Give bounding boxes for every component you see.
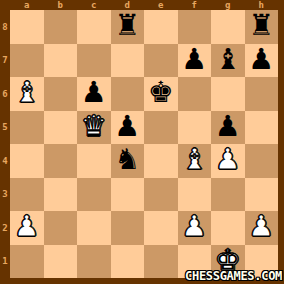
rank-label-8: 8 — [0, 10, 10, 44]
square-a5 — [10, 111, 44, 145]
square-e7 — [144, 44, 178, 78]
square-b4 — [44, 144, 78, 178]
file-label-e: e — [144, 0, 178, 10]
rank-label-1: 1 — [0, 245, 10, 279]
file-label-c: c — [77, 0, 111, 10]
square-h2: ♟ — [245, 211, 279, 245]
black-king-icon: ♚ — [148, 78, 174, 107]
square-g8 — [211, 10, 245, 44]
square-h8: ♜ — [245, 10, 279, 44]
square-h4 — [245, 144, 279, 178]
square-d2 — [111, 211, 145, 245]
square-e3 — [144, 178, 178, 212]
black-pawn-icon: ♟ — [114, 112, 140, 141]
square-e4 — [144, 144, 178, 178]
white-bishop-icon: ♝ — [14, 78, 40, 107]
square-f8 — [178, 10, 212, 44]
rank-label-5: 5 — [0, 111, 10, 145]
square-b2 — [44, 211, 78, 245]
square-b8 — [44, 10, 78, 44]
square-a8 — [10, 10, 44, 44]
black-rook-icon: ♜ — [248, 11, 274, 40]
white-pawn-icon: ♟ — [248, 212, 274, 241]
square-c1 — [77, 245, 111, 279]
rank-label-4: 4 — [0, 144, 10, 178]
square-c2 — [77, 211, 111, 245]
square-e8 — [144, 10, 178, 44]
square-c8 — [77, 10, 111, 44]
white-queen-icon: ♛ — [81, 112, 107, 141]
square-b5 — [44, 111, 78, 145]
square-e1 — [144, 245, 178, 279]
file-label-g: g — [211, 0, 245, 10]
square-d3 — [111, 178, 145, 212]
square-g2 — [211, 211, 245, 245]
square-a2: ♟ — [10, 211, 44, 245]
chess-diagram: abcdefgh 87654321 ♜♜♟♝♟♝♟♚♛♟♟♞♝♟♟♟♟♚ CHE… — [0, 0, 284, 284]
white-bishop-icon: ♝ — [181, 145, 207, 174]
square-g5: ♟ — [211, 111, 245, 145]
square-c6: ♟ — [77, 77, 111, 111]
square-b1 — [44, 245, 78, 279]
square-c3 — [77, 178, 111, 212]
square-b6 — [44, 77, 78, 111]
square-a1 — [10, 245, 44, 279]
chessgames-watermark: CHESSGAMES.COM — [185, 269, 282, 283]
square-b3 — [44, 178, 78, 212]
file-label-f: f — [178, 0, 212, 10]
black-pawn-icon: ♟ — [81, 78, 107, 107]
square-g6 — [211, 77, 245, 111]
white-pawn-icon: ♟ — [215, 145, 241, 174]
square-f7: ♟ — [178, 44, 212, 78]
white-pawn-icon: ♟ — [14, 212, 40, 241]
square-c4 — [77, 144, 111, 178]
square-h3 — [245, 178, 279, 212]
white-pawn-icon: ♟ — [181, 212, 207, 241]
square-d6 — [111, 77, 145, 111]
square-d4: ♞ — [111, 144, 145, 178]
square-g3 — [211, 178, 245, 212]
square-e6: ♚ — [144, 77, 178, 111]
black-rook-icon: ♜ — [114, 11, 140, 40]
square-c7 — [77, 44, 111, 78]
file-label-h: h — [245, 0, 279, 10]
square-a7 — [10, 44, 44, 78]
square-e2 — [144, 211, 178, 245]
square-e5 — [144, 111, 178, 145]
square-f4: ♝ — [178, 144, 212, 178]
rank-label-2: 2 — [0, 211, 10, 245]
square-h6 — [245, 77, 279, 111]
square-h7: ♟ — [245, 44, 279, 78]
square-a4 — [10, 144, 44, 178]
black-knight-icon: ♞ — [114, 145, 140, 174]
black-pawn-icon: ♟ — [181, 45, 207, 74]
rank-label-6: 6 — [0, 77, 10, 111]
square-a6: ♝ — [10, 77, 44, 111]
square-d7 — [111, 44, 145, 78]
square-g4: ♟ — [211, 144, 245, 178]
black-pawn-icon: ♟ — [248, 45, 274, 74]
square-f6 — [178, 77, 212, 111]
square-a3 — [10, 178, 44, 212]
square-c5: ♛ — [77, 111, 111, 145]
file-label-b: b — [44, 0, 78, 10]
file-label-d: d — [111, 0, 145, 10]
rank-label-7: 7 — [0, 44, 10, 78]
rank-label-3: 3 — [0, 178, 10, 212]
square-g7: ♝ — [211, 44, 245, 78]
black-pawn-icon: ♟ — [215, 112, 241, 141]
square-f2: ♟ — [178, 211, 212, 245]
square-d8: ♜ — [111, 10, 145, 44]
chess-board: ♜♜♟♝♟♝♟♚♛♟♟♞♝♟♟♟♟♚ — [10, 10, 278, 278]
square-b7 — [44, 44, 78, 78]
square-h5 — [245, 111, 279, 145]
square-f5 — [178, 111, 212, 145]
black-bishop-icon: ♝ — [215, 45, 241, 74]
file-label-a: a — [10, 0, 44, 10]
rank-labels: 87654321 — [0, 10, 10, 278]
square-f3 — [178, 178, 212, 212]
file-labels: abcdefgh — [10, 0, 278, 10]
square-d1 — [111, 245, 145, 279]
square-d5: ♟ — [111, 111, 145, 145]
